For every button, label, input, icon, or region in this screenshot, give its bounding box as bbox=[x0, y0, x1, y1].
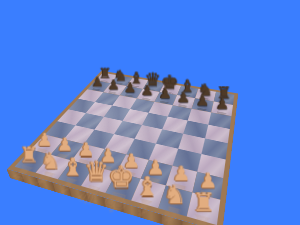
piece-white-bishop-c1[interactable]: ♝ bbox=[61, 153, 83, 178]
square-g5[interactable] bbox=[183, 120, 208, 138]
piece-black-pawn-b7[interactable]: ♟ bbox=[107, 78, 119, 92]
piece-black-pawn-c7[interactable]: ♟ bbox=[124, 81, 136, 95]
piece-white-king-e1[interactable]: ♚ bbox=[107, 162, 134, 192]
piece-white-queen-d1[interactable]: ♛ bbox=[83, 157, 108, 185]
chessboard-frame: ♜♜♞♞♝♝♛♛♚♚♝♝♞♞♜♜♟♟♟♟♟♟♟♟♟♟♟♟♟♟♟♟♟♟♟♟♟♟♟♟… bbox=[7, 70, 238, 225]
piece-white-knight-b1[interactable]: ♞ bbox=[40, 149, 61, 172]
piece-white-rook-a1[interactable]: ♜ bbox=[19, 144, 38, 165]
piece-white-knight-g1[interactable]: ♞ bbox=[163, 181, 186, 207]
piece-black-pawn-h7[interactable]: ♟ bbox=[215, 96, 228, 111]
square-h1[interactable]: ♜♜ bbox=[187, 192, 221, 225]
piece-black-pawn-g7[interactable]: ♟ bbox=[196, 93, 209, 108]
square-d4[interactable] bbox=[114, 120, 142, 138]
scene: ♜♜♞♞♝♝♛♛♚♚♝♝♞♞♜♜♟♟♟♟♟♟♟♟♟♟♟♟♟♟♟♟♟♟♟♟♟♟♟♟… bbox=[0, 0, 300, 225]
chessboard: ♜♜♞♞♝♝♛♛♚♚♝♝♞♞♜♜♟♟♟♟♟♟♟♟♟♟♟♟♟♟♟♟♟♟♟♟♟♟♟♟… bbox=[15, 72, 235, 224]
piece-white-rook-h1[interactable]: ♜ bbox=[192, 189, 215, 214]
piece-black-pawn-f7[interactable]: ♟ bbox=[177, 90, 190, 105]
piece-black-pawn-d7[interactable]: ♟ bbox=[141, 84, 154, 98]
piece-black-pawn-e7[interactable]: ♟ bbox=[158, 87, 171, 101]
piece-white-bishop-f1[interactable]: ♝ bbox=[135, 172, 159, 199]
piece-black-pawn-a7[interactable]: ♟ bbox=[91, 75, 103, 88]
